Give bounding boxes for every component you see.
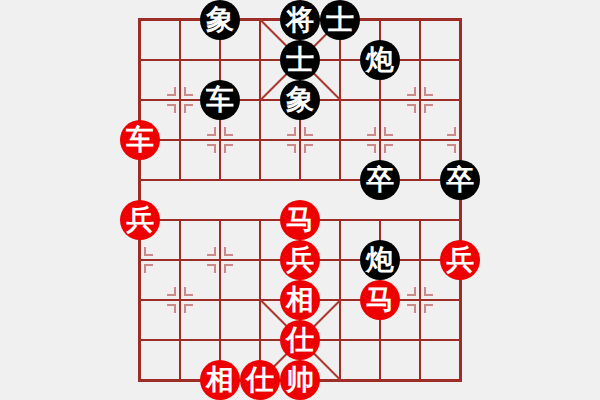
board-point-5-3[interactable]	[320, 120, 360, 160]
board-point-4-7[interactable]: 相	[280, 280, 320, 320]
board-point-6-2[interactable]	[360, 80, 400, 120]
piece-black-soldier-8-4[interactable]: 卒	[440, 160, 480, 200]
piece-black-advisor-4-1[interactable]: 士	[280, 40, 320, 80]
board-point-2-9[interactable]: 相	[200, 360, 240, 400]
board-point-8-9[interactable]	[440, 360, 480, 400]
board-point-7-8[interactable]	[400, 320, 440, 360]
board-point-3-8[interactable]	[240, 320, 280, 360]
piece-red-soldier-8-6[interactable]: 兵	[440, 240, 480, 280]
board-point-5-4[interactable]	[320, 160, 360, 200]
board-point-4-9[interactable]: 帅	[280, 360, 320, 400]
board-point-1-5[interactable]	[160, 200, 200, 240]
board-point-5-5[interactable]	[320, 200, 360, 240]
board-point-3-1[interactable]	[240, 40, 280, 80]
board-point-5-7[interactable]	[320, 280, 360, 320]
board-point-8-7[interactable]	[440, 280, 480, 320]
piece-black-elephant-4-2[interactable]: 象	[280, 80, 320, 120]
piece-black-elephant-2-0[interactable]: 象	[200, 0, 240, 40]
board-point-7-6[interactable]	[400, 240, 440, 280]
board-point-6-3[interactable]	[360, 120, 400, 160]
board-point-8-2[interactable]	[440, 80, 480, 120]
board-point-7-9[interactable]	[400, 360, 440, 400]
piece-red-advisor-3-9[interactable]: 仕	[240, 360, 280, 400]
board-point-6-4[interactable]: 卒	[360, 160, 400, 200]
board-point-3-2[interactable]	[240, 80, 280, 120]
piece-red-soldier-4-6[interactable]: 兵	[280, 240, 320, 280]
piece-black-general-4-0[interactable]: 将	[280, 0, 320, 40]
board-point-5-9[interactable]	[320, 360, 360, 400]
board-point-4-8[interactable]: 仕	[280, 320, 320, 360]
board-point-2-6[interactable]	[200, 240, 240, 280]
board-point-1-6[interactable]	[160, 240, 200, 280]
board-point-6-7[interactable]: 马	[360, 280, 400, 320]
piece-black-soldier-6-4[interactable]: 卒	[360, 160, 400, 200]
board-point-7-3[interactable]	[400, 120, 440, 160]
board-point-0-3[interactable]: 车	[120, 120, 160, 160]
board-point-0-6[interactable]	[120, 240, 160, 280]
piece-red-elephant-2-9[interactable]: 相	[200, 360, 240, 400]
board-point-7-7[interactable]	[400, 280, 440, 320]
board-point-2-3[interactable]	[200, 120, 240, 160]
board-point-1-4[interactable]	[160, 160, 200, 200]
board-point-4-0[interactable]: 将	[280, 0, 320, 40]
board-point-1-9[interactable]	[160, 360, 200, 400]
board-point-2-0[interactable]: 象	[200, 0, 240, 40]
board-point-1-7[interactable]	[160, 280, 200, 320]
board-point-3-7[interactable]	[240, 280, 280, 320]
board-point-3-4[interactable]	[240, 160, 280, 200]
board-point-2-1[interactable]	[200, 40, 240, 80]
board-point-3-3[interactable]	[240, 120, 280, 160]
board-point-5-1[interactable]	[320, 40, 360, 80]
board-point-8-4[interactable]: 卒	[440, 160, 480, 200]
piece-red-general-4-9[interactable]: 帅	[280, 360, 320, 400]
board-point-6-6[interactable]: 炮	[360, 240, 400, 280]
board-point-1-0[interactable]	[160, 0, 200, 40]
board-point-5-6[interactable]	[320, 240, 360, 280]
board-point-5-8[interactable]	[320, 320, 360, 360]
board-point-2-2[interactable]: 车	[200, 80, 240, 120]
board-point-7-1[interactable]	[400, 40, 440, 80]
board-point-8-5[interactable]	[440, 200, 480, 240]
board-point-2-4[interactable]	[200, 160, 240, 200]
board-point-6-5[interactable]	[360, 200, 400, 240]
board-point-1-2[interactable]	[160, 80, 200, 120]
piece-black-advisor-5-0[interactable]: 士	[320, 0, 360, 40]
piece-black-cannon-6-1[interactable]: 炮	[360, 40, 400, 80]
board-point-6-8[interactable]	[360, 320, 400, 360]
board-point-0-9[interactable]	[120, 360, 160, 400]
board-point-2-5[interactable]	[200, 200, 240, 240]
xiangqi-board: 象将士士炮车象车卒卒兵马兵炮兵相马仕相仕帅	[0, 0, 600, 400]
board-point-4-3[interactable]	[280, 120, 320, 160]
piece-black-cannon-6-6[interactable]: 炮	[360, 240, 400, 280]
board-point-4-6[interactable]: 兵	[280, 240, 320, 280]
board-point-0-0[interactable]	[120, 0, 160, 40]
piece-red-horse-6-7[interactable]: 马	[360, 280, 400, 320]
board-point-8-3[interactable]	[440, 120, 480, 160]
board-point-7-4[interactable]	[400, 160, 440, 200]
piece-black-chariot-2-2[interactable]: 车	[200, 80, 240, 120]
board-point-4-2[interactable]: 象	[280, 80, 320, 120]
piece-red-horse-4-5[interactable]: 马	[280, 200, 320, 240]
board-point-7-5[interactable]	[400, 200, 440, 240]
board-point-3-0[interactable]	[240, 0, 280, 40]
board-point-5-0[interactable]: 士	[320, 0, 360, 40]
board-point-7-0[interactable]	[400, 0, 440, 40]
board-point-6-1[interactable]: 炮	[360, 40, 400, 80]
board-point-8-1[interactable]	[440, 40, 480, 80]
board-point-8-0[interactable]	[440, 0, 480, 40]
board-point-8-6[interactable]: 兵	[440, 240, 480, 280]
board-point-0-5[interactable]: 兵	[120, 200, 160, 240]
piece-red-soldier-0-5[interactable]: 兵	[120, 200, 160, 240]
board-point-2-8[interactable]	[200, 320, 240, 360]
board-point-4-5[interactable]: 马	[280, 200, 320, 240]
board-point-0-7[interactable]	[120, 280, 160, 320]
piece-red-chariot-0-3[interactable]: 车	[120, 120, 160, 160]
board-point-1-1[interactable]	[160, 40, 200, 80]
piece-red-elephant-4-7[interactable]: 相	[280, 280, 320, 320]
board-point-8-8[interactable]	[440, 320, 480, 360]
board-point-4-1[interactable]: 士	[280, 40, 320, 80]
board-point-7-2[interactable]	[400, 80, 440, 120]
board-point-6-0[interactable]	[360, 0, 400, 40]
board-points-grid: 象将士士炮车象车卒卒兵马兵炮兵相马仕相仕帅	[120, 0, 480, 400]
board-point-0-4[interactable]	[120, 160, 160, 200]
board-point-3-5[interactable]	[240, 200, 280, 240]
piece-red-advisor-4-8[interactable]: 仕	[280, 320, 320, 360]
board-point-5-2[interactable]	[320, 80, 360, 120]
board-point-6-9[interactable]	[360, 360, 400, 400]
board-point-1-3[interactable]	[160, 120, 200, 160]
board-point-1-8[interactable]	[160, 320, 200, 360]
board-point-0-8[interactable]	[120, 320, 160, 360]
board-point-3-6[interactable]	[240, 240, 280, 280]
board-point-0-1[interactable]	[120, 40, 160, 80]
board-point-3-9[interactable]: 仕	[240, 360, 280, 400]
board-point-2-7[interactable]	[200, 280, 240, 320]
board-point-4-4[interactable]	[280, 160, 320, 200]
board-point-0-2[interactable]	[120, 80, 160, 120]
